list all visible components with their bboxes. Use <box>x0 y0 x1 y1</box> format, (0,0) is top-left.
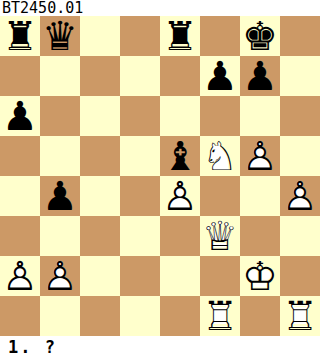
black-pawn-piece: ♟ <box>40 176 80 216</box>
square-g6[interactable] <box>240 96 280 136</box>
black-pawn-piece: ♟ <box>0 96 40 136</box>
square-a6[interactable]: ♟ <box>0 96 40 136</box>
white-rook-piece: ♖ <box>280 296 320 336</box>
square-e2[interactable] <box>160 256 200 296</box>
black-rook-piece: ♜ <box>0 16 40 56</box>
black-rook-piece: ♜ <box>160 16 200 56</box>
square-f4[interactable] <box>200 176 240 216</box>
square-c6[interactable] <box>80 96 120 136</box>
square-b2[interactable]: ♟♙ <box>40 256 80 296</box>
square-g2[interactable]: ♚♔ <box>240 256 280 296</box>
square-d4[interactable] <box>120 176 160 216</box>
square-c3[interactable] <box>80 216 120 256</box>
square-b5[interactable] <box>40 136 80 176</box>
square-c2[interactable] <box>80 256 120 296</box>
square-e7[interactable] <box>160 56 200 96</box>
square-b1[interactable] <box>40 296 80 336</box>
square-d2[interactable] <box>120 256 160 296</box>
square-a1[interactable] <box>0 296 40 336</box>
square-h2[interactable] <box>280 256 320 296</box>
square-h4[interactable]: ♟♙ <box>280 176 320 216</box>
white-knight-piece: ♘ <box>200 136 240 176</box>
square-d8[interactable] <box>120 16 160 56</box>
square-a4[interactable] <box>0 176 40 216</box>
black-pawn-piece: ♟ <box>200 56 240 96</box>
chess-board: ♜♛♜♚♟♟♟♝♞♘♟♙♟♟♙♟♙♛♕♟♙♟♙♚♔♜♖♜♖ <box>0 16 320 336</box>
square-a3[interactable] <box>0 216 40 256</box>
square-b7[interactable] <box>40 56 80 96</box>
square-d6[interactable] <box>120 96 160 136</box>
square-d7[interactable] <box>120 56 160 96</box>
square-e8[interactable]: ♜ <box>160 16 200 56</box>
white-pawn-piece: ♙ <box>0 256 40 296</box>
square-e6[interactable] <box>160 96 200 136</box>
move-prompt-label: 1. ? <box>0 336 320 360</box>
white-pawn-piece: ♙ <box>40 256 80 296</box>
square-d1[interactable] <box>120 296 160 336</box>
white-pawn-piece: ♙ <box>240 136 280 176</box>
square-b6[interactable] <box>40 96 80 136</box>
white-pawn-piece: ♙ <box>160 176 200 216</box>
white-pawn-piece: ♙ <box>280 176 320 216</box>
white-queen-piece: ♕ <box>200 216 240 256</box>
square-g1[interactable] <box>240 296 280 336</box>
square-g5[interactable]: ♟♙ <box>240 136 280 176</box>
square-f2[interactable] <box>200 256 240 296</box>
square-e5[interactable]: ♝ <box>160 136 200 176</box>
black-pawn-piece: ♟ <box>240 56 280 96</box>
square-c8[interactable] <box>80 16 120 56</box>
square-c4[interactable] <box>80 176 120 216</box>
square-f5[interactable]: ♞♘ <box>200 136 240 176</box>
square-b8[interactable]: ♛ <box>40 16 80 56</box>
black-queen-piece: ♛ <box>40 16 80 56</box>
square-a5[interactable] <box>0 136 40 176</box>
square-g8[interactable]: ♚ <box>240 16 280 56</box>
square-f8[interactable] <box>200 16 240 56</box>
black-king-piece: ♚ <box>240 16 280 56</box>
square-g3[interactable] <box>240 216 280 256</box>
square-g7[interactable]: ♟ <box>240 56 280 96</box>
square-a2[interactable]: ♟♙ <box>0 256 40 296</box>
white-king-piece: ♔ <box>240 256 280 296</box>
square-h7[interactable] <box>280 56 320 96</box>
square-c7[interactable] <box>80 56 120 96</box>
square-b4[interactable]: ♟ <box>40 176 80 216</box>
square-f7[interactable]: ♟ <box>200 56 240 96</box>
square-f6[interactable] <box>200 96 240 136</box>
square-a8[interactable]: ♜ <box>0 16 40 56</box>
square-f1[interactable]: ♜♖ <box>200 296 240 336</box>
black-bishop-piece: ♝ <box>160 136 200 176</box>
square-d3[interactable] <box>120 216 160 256</box>
square-f3[interactable]: ♛♕ <box>200 216 240 256</box>
square-a7[interactable] <box>0 56 40 96</box>
white-rook-piece: ♖ <box>200 296 240 336</box>
square-c1[interactable] <box>80 296 120 336</box>
square-c5[interactable] <box>80 136 120 176</box>
square-h8[interactable] <box>280 16 320 56</box>
square-e3[interactable] <box>160 216 200 256</box>
square-h6[interactable] <box>280 96 320 136</box>
square-e4[interactable]: ♟♙ <box>160 176 200 216</box>
square-b3[interactable] <box>40 216 80 256</box>
square-e1[interactable] <box>160 296 200 336</box>
square-h1[interactable]: ♜♖ <box>280 296 320 336</box>
square-d5[interactable] <box>120 136 160 176</box>
square-g4[interactable] <box>240 176 280 216</box>
square-h3[interactable] <box>280 216 320 256</box>
square-h5[interactable] <box>280 136 320 176</box>
